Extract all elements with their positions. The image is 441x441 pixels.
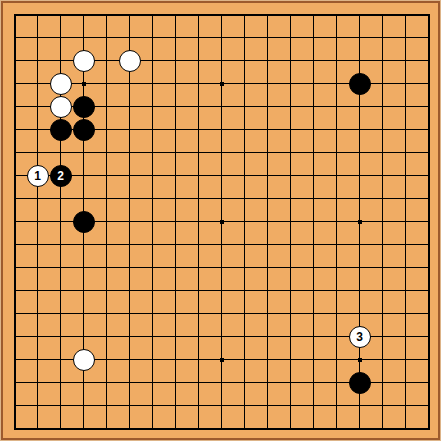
board-point[interactable] bbox=[371, 210, 394, 233]
board-point[interactable] bbox=[325, 3, 348, 26]
board-point[interactable] bbox=[95, 26, 118, 49]
board-point[interactable] bbox=[210, 302, 233, 325]
board-point[interactable] bbox=[164, 95, 187, 118]
board-point[interactable] bbox=[233, 141, 256, 164]
board-point[interactable] bbox=[417, 164, 440, 187]
board-point[interactable] bbox=[3, 371, 26, 394]
board-point[interactable] bbox=[256, 348, 279, 371]
board-point[interactable] bbox=[417, 279, 440, 302]
board-point[interactable] bbox=[164, 233, 187, 256]
board-point[interactable] bbox=[49, 141, 72, 164]
board-point[interactable] bbox=[325, 164, 348, 187]
board-point[interactable] bbox=[49, 187, 72, 210]
board-point[interactable] bbox=[49, 26, 72, 49]
board-point[interactable] bbox=[26, 394, 49, 417]
board-point[interactable] bbox=[233, 164, 256, 187]
board-point[interactable] bbox=[95, 371, 118, 394]
board-point[interactable] bbox=[394, 417, 417, 440]
board-point[interactable] bbox=[325, 256, 348, 279]
board-point[interactable] bbox=[348, 187, 371, 210]
board-point[interactable] bbox=[141, 141, 164, 164]
board-point[interactable] bbox=[233, 371, 256, 394]
board-point[interactable] bbox=[118, 417, 141, 440]
board-point[interactable] bbox=[233, 187, 256, 210]
board-point[interactable] bbox=[141, 394, 164, 417]
board-point[interactable] bbox=[164, 417, 187, 440]
board-point[interactable] bbox=[141, 302, 164, 325]
board-point[interactable] bbox=[256, 141, 279, 164]
board-point[interactable] bbox=[302, 164, 325, 187]
board-point[interactable] bbox=[210, 49, 233, 72]
board-point[interactable] bbox=[210, 187, 233, 210]
board-point[interactable] bbox=[72, 417, 95, 440]
board-point[interactable] bbox=[72, 26, 95, 49]
board-point[interactable] bbox=[279, 233, 302, 256]
board-point[interactable] bbox=[302, 72, 325, 95]
board-point[interactable] bbox=[325, 49, 348, 72]
board-point[interactable] bbox=[279, 26, 302, 49]
board-point[interactable] bbox=[187, 72, 210, 95]
board-point[interactable] bbox=[49, 279, 72, 302]
board-point[interactable] bbox=[348, 302, 371, 325]
board-point[interactable] bbox=[210, 279, 233, 302]
board-point[interactable] bbox=[187, 325, 210, 348]
board-point[interactable] bbox=[187, 417, 210, 440]
board-point[interactable] bbox=[279, 302, 302, 325]
board-point[interactable] bbox=[371, 371, 394, 394]
board-point[interactable] bbox=[141, 210, 164, 233]
board-point[interactable] bbox=[164, 72, 187, 95]
board-point[interactable] bbox=[371, 26, 394, 49]
board-point[interactable] bbox=[3, 210, 26, 233]
board-point[interactable] bbox=[26, 302, 49, 325]
board-point[interactable] bbox=[348, 348, 371, 371]
board-point[interactable] bbox=[26, 348, 49, 371]
board-point[interactable] bbox=[394, 210, 417, 233]
board-point[interactable] bbox=[26, 118, 49, 141]
board-point[interactable] bbox=[95, 394, 118, 417]
board-point[interactable] bbox=[348, 210, 371, 233]
board-point[interactable] bbox=[164, 26, 187, 49]
board-point[interactable] bbox=[325, 348, 348, 371]
board-point[interactable] bbox=[417, 371, 440, 394]
board-point[interactable] bbox=[371, 302, 394, 325]
board-point[interactable] bbox=[256, 256, 279, 279]
board-point[interactable] bbox=[72, 233, 95, 256]
board-point[interactable] bbox=[141, 325, 164, 348]
board-point[interactable] bbox=[417, 141, 440, 164]
board-point[interactable] bbox=[394, 279, 417, 302]
board-point[interactable] bbox=[233, 325, 256, 348]
board-point[interactable] bbox=[95, 187, 118, 210]
board-point[interactable] bbox=[233, 348, 256, 371]
board-point[interactable] bbox=[210, 118, 233, 141]
board-point[interactable] bbox=[302, 233, 325, 256]
board-point[interactable] bbox=[371, 187, 394, 210]
board-point[interactable] bbox=[26, 187, 49, 210]
board-point[interactable] bbox=[3, 49, 26, 72]
board-point[interactable] bbox=[164, 394, 187, 417]
board-point[interactable] bbox=[72, 187, 95, 210]
board-point[interactable] bbox=[302, 371, 325, 394]
board-point[interactable] bbox=[302, 3, 325, 26]
board-point[interactable] bbox=[302, 325, 325, 348]
board-point[interactable] bbox=[141, 26, 164, 49]
board-point[interactable] bbox=[417, 256, 440, 279]
board-point[interactable] bbox=[417, 118, 440, 141]
board-point[interactable] bbox=[164, 302, 187, 325]
board-point[interactable] bbox=[3, 72, 26, 95]
board-point[interactable] bbox=[325, 141, 348, 164]
board-point[interactable] bbox=[141, 348, 164, 371]
board-point[interactable] bbox=[302, 141, 325, 164]
board-point[interactable] bbox=[3, 302, 26, 325]
board-point[interactable] bbox=[371, 417, 394, 440]
board-point[interactable] bbox=[256, 95, 279, 118]
board-point[interactable] bbox=[3, 417, 26, 440]
board-point[interactable] bbox=[302, 49, 325, 72]
board-point[interactable] bbox=[95, 302, 118, 325]
board-point[interactable] bbox=[256, 72, 279, 95]
board-point[interactable] bbox=[394, 394, 417, 417]
board-point[interactable] bbox=[348, 26, 371, 49]
board-point[interactable] bbox=[164, 3, 187, 26]
board-point[interactable] bbox=[394, 141, 417, 164]
board-point[interactable] bbox=[72, 3, 95, 26]
board-point[interactable] bbox=[95, 325, 118, 348]
board-point[interactable] bbox=[95, 3, 118, 26]
board-point[interactable] bbox=[3, 348, 26, 371]
board-point[interactable] bbox=[141, 233, 164, 256]
board-point[interactable] bbox=[95, 118, 118, 141]
board-point[interactable] bbox=[256, 302, 279, 325]
board-point[interactable] bbox=[233, 210, 256, 233]
board-point[interactable] bbox=[371, 164, 394, 187]
board-point[interactable] bbox=[394, 256, 417, 279]
board-point[interactable] bbox=[95, 72, 118, 95]
board-point[interactable] bbox=[325, 325, 348, 348]
board-point[interactable] bbox=[302, 210, 325, 233]
board-point[interactable] bbox=[302, 279, 325, 302]
board-point[interactable] bbox=[394, 3, 417, 26]
board-point[interactable] bbox=[279, 164, 302, 187]
board-point[interactable] bbox=[256, 164, 279, 187]
board-point[interactable] bbox=[417, 233, 440, 256]
board-point[interactable] bbox=[279, 49, 302, 72]
board-point[interactable] bbox=[279, 348, 302, 371]
board-point[interactable] bbox=[187, 210, 210, 233]
board-point[interactable] bbox=[302, 348, 325, 371]
board-point[interactable] bbox=[233, 302, 256, 325]
board-point[interactable] bbox=[118, 348, 141, 371]
board-point[interactable] bbox=[302, 26, 325, 49]
board-point[interactable] bbox=[164, 348, 187, 371]
board-point[interactable] bbox=[95, 49, 118, 72]
board-point[interactable] bbox=[164, 187, 187, 210]
board-point[interactable] bbox=[118, 302, 141, 325]
board-point[interactable] bbox=[233, 118, 256, 141]
board-point[interactable] bbox=[210, 256, 233, 279]
board-point[interactable] bbox=[417, 394, 440, 417]
board-point[interactable] bbox=[118, 26, 141, 49]
board-point[interactable] bbox=[210, 371, 233, 394]
board-point[interactable] bbox=[3, 187, 26, 210]
board-point[interactable] bbox=[95, 141, 118, 164]
board-point[interactable] bbox=[256, 210, 279, 233]
board-point[interactable] bbox=[118, 141, 141, 164]
board-point[interactable] bbox=[95, 417, 118, 440]
board-point[interactable] bbox=[210, 164, 233, 187]
board-point[interactable] bbox=[417, 417, 440, 440]
board-point[interactable] bbox=[256, 325, 279, 348]
board-point[interactable] bbox=[141, 256, 164, 279]
board-point[interactable] bbox=[394, 187, 417, 210]
board-point[interactable] bbox=[279, 371, 302, 394]
board-point[interactable] bbox=[233, 279, 256, 302]
board-point[interactable] bbox=[325, 210, 348, 233]
board-point[interactable] bbox=[49, 348, 72, 371]
board-point[interactable] bbox=[371, 279, 394, 302]
board-point[interactable] bbox=[164, 256, 187, 279]
board-point[interactable] bbox=[26, 49, 49, 72]
board-point[interactable] bbox=[49, 371, 72, 394]
board-point[interactable] bbox=[279, 141, 302, 164]
board-point[interactable] bbox=[26, 256, 49, 279]
board-point[interactable] bbox=[164, 49, 187, 72]
board-point[interactable] bbox=[72, 72, 95, 95]
board-point[interactable] bbox=[371, 325, 394, 348]
board-point[interactable] bbox=[3, 394, 26, 417]
board-point[interactable] bbox=[95, 164, 118, 187]
board-point[interactable] bbox=[187, 118, 210, 141]
board-point[interactable] bbox=[72, 141, 95, 164]
board-point[interactable] bbox=[279, 95, 302, 118]
board-point[interactable] bbox=[233, 233, 256, 256]
board-point[interactable] bbox=[187, 256, 210, 279]
board-point[interactable] bbox=[3, 325, 26, 348]
board-point[interactable] bbox=[371, 394, 394, 417]
board-point[interactable] bbox=[95, 348, 118, 371]
board-point[interactable] bbox=[279, 417, 302, 440]
board-point[interactable] bbox=[394, 95, 417, 118]
board-point[interactable] bbox=[3, 256, 26, 279]
board-point[interactable] bbox=[348, 164, 371, 187]
board-point[interactable] bbox=[49, 325, 72, 348]
board-point[interactable] bbox=[210, 210, 233, 233]
board-point[interactable] bbox=[95, 95, 118, 118]
board-point[interactable] bbox=[233, 417, 256, 440]
board-point[interactable] bbox=[72, 325, 95, 348]
board-point[interactable] bbox=[72, 256, 95, 279]
board-point[interactable] bbox=[210, 141, 233, 164]
board-point[interactable] bbox=[256, 417, 279, 440]
board-point[interactable] bbox=[279, 187, 302, 210]
board-point[interactable] bbox=[26, 210, 49, 233]
board-point[interactable] bbox=[72, 302, 95, 325]
board-point[interactable] bbox=[72, 371, 95, 394]
board-point[interactable] bbox=[118, 256, 141, 279]
board-point[interactable] bbox=[394, 325, 417, 348]
board-point[interactable] bbox=[72, 394, 95, 417]
board-point[interactable] bbox=[210, 95, 233, 118]
board-point[interactable] bbox=[348, 417, 371, 440]
board-point[interactable] bbox=[394, 233, 417, 256]
board-point[interactable] bbox=[210, 233, 233, 256]
board-point[interactable] bbox=[417, 3, 440, 26]
board-point[interactable] bbox=[233, 26, 256, 49]
board-point[interactable] bbox=[26, 279, 49, 302]
board-point[interactable] bbox=[187, 371, 210, 394]
board-point[interactable] bbox=[371, 49, 394, 72]
board-point[interactable] bbox=[233, 72, 256, 95]
board-point[interactable] bbox=[279, 3, 302, 26]
board-point[interactable] bbox=[164, 210, 187, 233]
board-point[interactable] bbox=[49, 302, 72, 325]
board-point[interactable] bbox=[3, 26, 26, 49]
board-point[interactable] bbox=[187, 348, 210, 371]
board-point[interactable] bbox=[302, 118, 325, 141]
board-point[interactable] bbox=[325, 279, 348, 302]
board-point[interactable] bbox=[118, 187, 141, 210]
board-point[interactable] bbox=[164, 164, 187, 187]
board-point[interactable] bbox=[325, 118, 348, 141]
board-point[interactable] bbox=[302, 394, 325, 417]
board-point[interactable] bbox=[3, 233, 26, 256]
board-point[interactable] bbox=[233, 3, 256, 26]
board-point[interactable] bbox=[118, 371, 141, 394]
board-point[interactable] bbox=[118, 3, 141, 26]
board-point[interactable] bbox=[164, 279, 187, 302]
board-point[interactable] bbox=[394, 118, 417, 141]
board-point[interactable] bbox=[325, 371, 348, 394]
board-point[interactable] bbox=[26, 72, 49, 95]
board-point[interactable] bbox=[187, 95, 210, 118]
board-point[interactable] bbox=[256, 187, 279, 210]
board-point[interactable] bbox=[394, 26, 417, 49]
board-point[interactable] bbox=[26, 3, 49, 26]
board-point[interactable] bbox=[279, 394, 302, 417]
board-point[interactable] bbox=[187, 3, 210, 26]
board-point[interactable] bbox=[118, 95, 141, 118]
board-point[interactable] bbox=[279, 279, 302, 302]
board-point[interactable] bbox=[325, 417, 348, 440]
board-point[interactable] bbox=[141, 49, 164, 72]
board-point[interactable] bbox=[394, 49, 417, 72]
board-point[interactable] bbox=[302, 95, 325, 118]
board-point[interactable] bbox=[95, 256, 118, 279]
board-point[interactable] bbox=[279, 325, 302, 348]
board-point[interactable] bbox=[348, 49, 371, 72]
board-point[interactable] bbox=[325, 302, 348, 325]
board-point[interactable] bbox=[210, 26, 233, 49]
board-point[interactable] bbox=[279, 72, 302, 95]
board-point[interactable] bbox=[26, 95, 49, 118]
board-point[interactable] bbox=[371, 348, 394, 371]
board-point[interactable] bbox=[417, 325, 440, 348]
board-point[interactable] bbox=[233, 256, 256, 279]
board-point[interactable] bbox=[256, 394, 279, 417]
board-point[interactable] bbox=[394, 302, 417, 325]
board-point[interactable] bbox=[49, 394, 72, 417]
board-point[interactable] bbox=[95, 279, 118, 302]
board-point[interactable] bbox=[348, 141, 371, 164]
board-point[interactable] bbox=[348, 279, 371, 302]
board-point[interactable] bbox=[417, 210, 440, 233]
board-point[interactable] bbox=[187, 49, 210, 72]
board-point[interactable] bbox=[187, 233, 210, 256]
board-point[interactable] bbox=[187, 141, 210, 164]
board-point[interactable] bbox=[394, 348, 417, 371]
board-point[interactable] bbox=[371, 141, 394, 164]
board-point[interactable] bbox=[164, 118, 187, 141]
board-point[interactable] bbox=[371, 233, 394, 256]
board-point[interactable] bbox=[26, 417, 49, 440]
board-point[interactable] bbox=[164, 325, 187, 348]
board-point[interactable] bbox=[233, 95, 256, 118]
board-point[interactable] bbox=[210, 348, 233, 371]
board-point[interactable] bbox=[348, 95, 371, 118]
board-point[interactable] bbox=[118, 118, 141, 141]
board-point[interactable] bbox=[3, 95, 26, 118]
board-point[interactable] bbox=[26, 233, 49, 256]
board-point[interactable] bbox=[187, 279, 210, 302]
board-point[interactable] bbox=[371, 118, 394, 141]
board-point[interactable] bbox=[141, 72, 164, 95]
board-point[interactable] bbox=[256, 371, 279, 394]
board-point[interactable] bbox=[233, 49, 256, 72]
board-point[interactable] bbox=[302, 187, 325, 210]
board-point[interactable] bbox=[279, 210, 302, 233]
board-point[interactable] bbox=[49, 3, 72, 26]
board-point[interactable] bbox=[95, 210, 118, 233]
board-point[interactable] bbox=[187, 302, 210, 325]
board-point[interactable] bbox=[417, 187, 440, 210]
board-point[interactable] bbox=[371, 95, 394, 118]
board-point[interactable] bbox=[210, 394, 233, 417]
board-point[interactable] bbox=[417, 302, 440, 325]
board-point[interactable] bbox=[95, 233, 118, 256]
board-point[interactable] bbox=[371, 3, 394, 26]
board-point[interactable] bbox=[210, 417, 233, 440]
board-point[interactable] bbox=[3, 3, 26, 26]
board-point[interactable] bbox=[118, 325, 141, 348]
board-point[interactable] bbox=[164, 371, 187, 394]
board-point[interactable] bbox=[394, 72, 417, 95]
board-point[interactable] bbox=[233, 394, 256, 417]
board-point[interactable] bbox=[302, 302, 325, 325]
board-point[interactable] bbox=[26, 141, 49, 164]
board-point[interactable] bbox=[3, 141, 26, 164]
board-point[interactable] bbox=[348, 394, 371, 417]
board-point[interactable] bbox=[371, 256, 394, 279]
board-point[interactable] bbox=[210, 72, 233, 95]
board-point[interactable] bbox=[49, 233, 72, 256]
board-point[interactable] bbox=[279, 256, 302, 279]
board-point[interactable] bbox=[325, 394, 348, 417]
board-point[interactable] bbox=[26, 26, 49, 49]
board-point[interactable] bbox=[325, 26, 348, 49]
board-point[interactable] bbox=[3, 118, 26, 141]
board-point[interactable] bbox=[187, 394, 210, 417]
board-point[interactable] bbox=[394, 371, 417, 394]
board-point[interactable] bbox=[417, 72, 440, 95]
board-point[interactable] bbox=[256, 279, 279, 302]
board-point[interactable] bbox=[164, 141, 187, 164]
board-point[interactable] bbox=[141, 95, 164, 118]
board-point[interactable] bbox=[417, 95, 440, 118]
board-point[interactable] bbox=[118, 72, 141, 95]
board-point[interactable] bbox=[141, 164, 164, 187]
